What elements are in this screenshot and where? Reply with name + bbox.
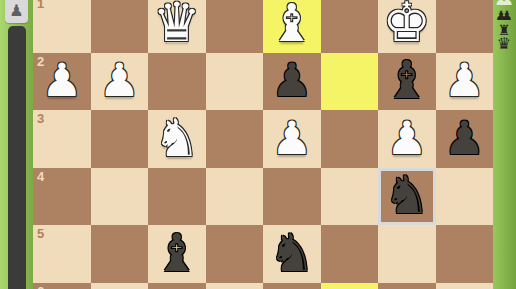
square-h4[interactable]: 4 (33, 168, 91, 226)
square-e4[interactable] (206, 168, 264, 226)
piece-white-knight-f3[interactable]: ♞ (153, 112, 200, 164)
square-f6[interactable] (148, 283, 206, 289)
square-c6[interactable] (321, 283, 379, 289)
square-b1[interactable]: ♚ (378, 0, 436, 53)
square-e1[interactable] (206, 0, 264, 53)
piece-white-pawn-g2[interactable]: ♟ (99, 57, 140, 103)
piece-black-pawn-a3[interactable]: ♟ (444, 115, 485, 161)
rank-label-3: 3 (37, 111, 44, 126)
piece-black-knight-d5[interactable]: ♞ (268, 227, 315, 279)
square-h1[interactable]: 1 (33, 0, 91, 53)
square-c2[interactable] (321, 53, 379, 111)
rank-label-6: 6 (37, 284, 44, 289)
partial-light-piece-icon: ♟♟ (494, 0, 513, 7)
piece-black-pawn-d2[interactable]: ♟ (271, 57, 312, 103)
square-d4[interactable] (263, 168, 321, 226)
square-g2[interactable]: ♟ (91, 53, 149, 111)
square-g6[interactable] (91, 283, 149, 289)
square-e5[interactable] (206, 225, 264, 283)
square-g1[interactable] (91, 0, 149, 53)
square-f1[interactable]: ♛ (148, 0, 206, 53)
square-g5[interactable] (91, 225, 149, 283)
square-c1[interactable] (321, 0, 379, 53)
square-c4[interactable] (321, 168, 379, 226)
square-f3[interactable]: ♞ (148, 110, 206, 168)
game-screen: ♟ 1♛♝♚2♟♟♟♝♟3♞♟♟♟4♞5♝♞6 ♟♟♟♟♜♛ (0, 0, 516, 289)
square-f5[interactable]: ♝ (148, 225, 206, 283)
rank-label-2: 2 (37, 54, 44, 69)
evaluation-bar (8, 26, 26, 289)
rank-label-1: 1 (37, 0, 44, 11)
piece-white-queen-f1[interactable]: ♛ (153, 0, 201, 50)
square-b5[interactable] (378, 225, 436, 283)
square-d2[interactable]: ♟ (263, 53, 321, 111)
square-a2[interactable]: ♟ (436, 53, 494, 111)
square-a1[interactable] (436, 0, 494, 53)
square-g4[interactable] (91, 168, 149, 226)
rank-label-4: 4 (37, 169, 44, 184)
captured-pieces-tray: ♟♟♟♟♜♛ (493, 0, 515, 70)
square-a4[interactable] (436, 168, 494, 226)
piece-white-pawn-h2[interactable]: ♟ (41, 57, 82, 103)
captured-queen-icon: ♛ (497, 36, 511, 52)
square-d1[interactable]: ♝ (263, 0, 321, 53)
piece-black-knight-b4[interactable]: ♞ (383, 169, 430, 221)
square-e3[interactable] (206, 110, 264, 168)
square-f4[interactable] (148, 168, 206, 226)
square-a5[interactable] (436, 225, 494, 283)
square-b4[interactable]: ♞ (378, 168, 436, 226)
piece-black-bishop-b2[interactable]: ♝ (383, 54, 430, 106)
square-e6[interactable] (206, 283, 264, 289)
piece-white-bishop-d1[interactable]: ♝ (268, 0, 315, 49)
square-h2[interactable]: 2♟ (33, 53, 91, 111)
piece-white-pawn-a2[interactable]: ♟ (444, 57, 485, 103)
square-e2[interactable] (206, 53, 264, 111)
square-d3[interactable]: ♟ (263, 110, 321, 168)
square-h5[interactable]: 5 (33, 225, 91, 283)
rank-label-5: 5 (37, 226, 44, 241)
pawn-icon: ♟ (9, 3, 23, 19)
square-h6[interactable]: 6 (33, 283, 91, 289)
chess-board: 1♛♝♚2♟♟♟♝♟3♞♟♟♟4♞5♝♞6 (33, 0, 493, 289)
square-h3[interactable]: 3 (33, 110, 91, 168)
square-f2[interactable] (148, 53, 206, 111)
pawn-icon-button[interactable]: ♟ (5, 0, 28, 23)
square-a6[interactable] (436, 283, 494, 289)
piece-white-king-b1[interactable]: ♚ (383, 0, 431, 50)
square-b2[interactable]: ♝ (378, 53, 436, 111)
square-b3[interactable]: ♟ (378, 110, 436, 168)
square-b6[interactable] (378, 283, 436, 289)
piece-white-pawn-d3[interactable]: ♟ (271, 115, 312, 161)
square-c3[interactable] (321, 110, 379, 168)
square-a3[interactable]: ♟ (436, 110, 494, 168)
square-d5[interactable]: ♞ (263, 225, 321, 283)
square-d6[interactable] (263, 283, 321, 289)
square-g3[interactable] (91, 110, 149, 168)
piece-white-pawn-b3[interactable]: ♟ (386, 115, 427, 161)
square-c5[interactable] (321, 225, 379, 283)
piece-black-bishop-f5[interactable]: ♝ (153, 227, 200, 279)
captured-pawns-icon: ♟♟ (495, 9, 512, 22)
